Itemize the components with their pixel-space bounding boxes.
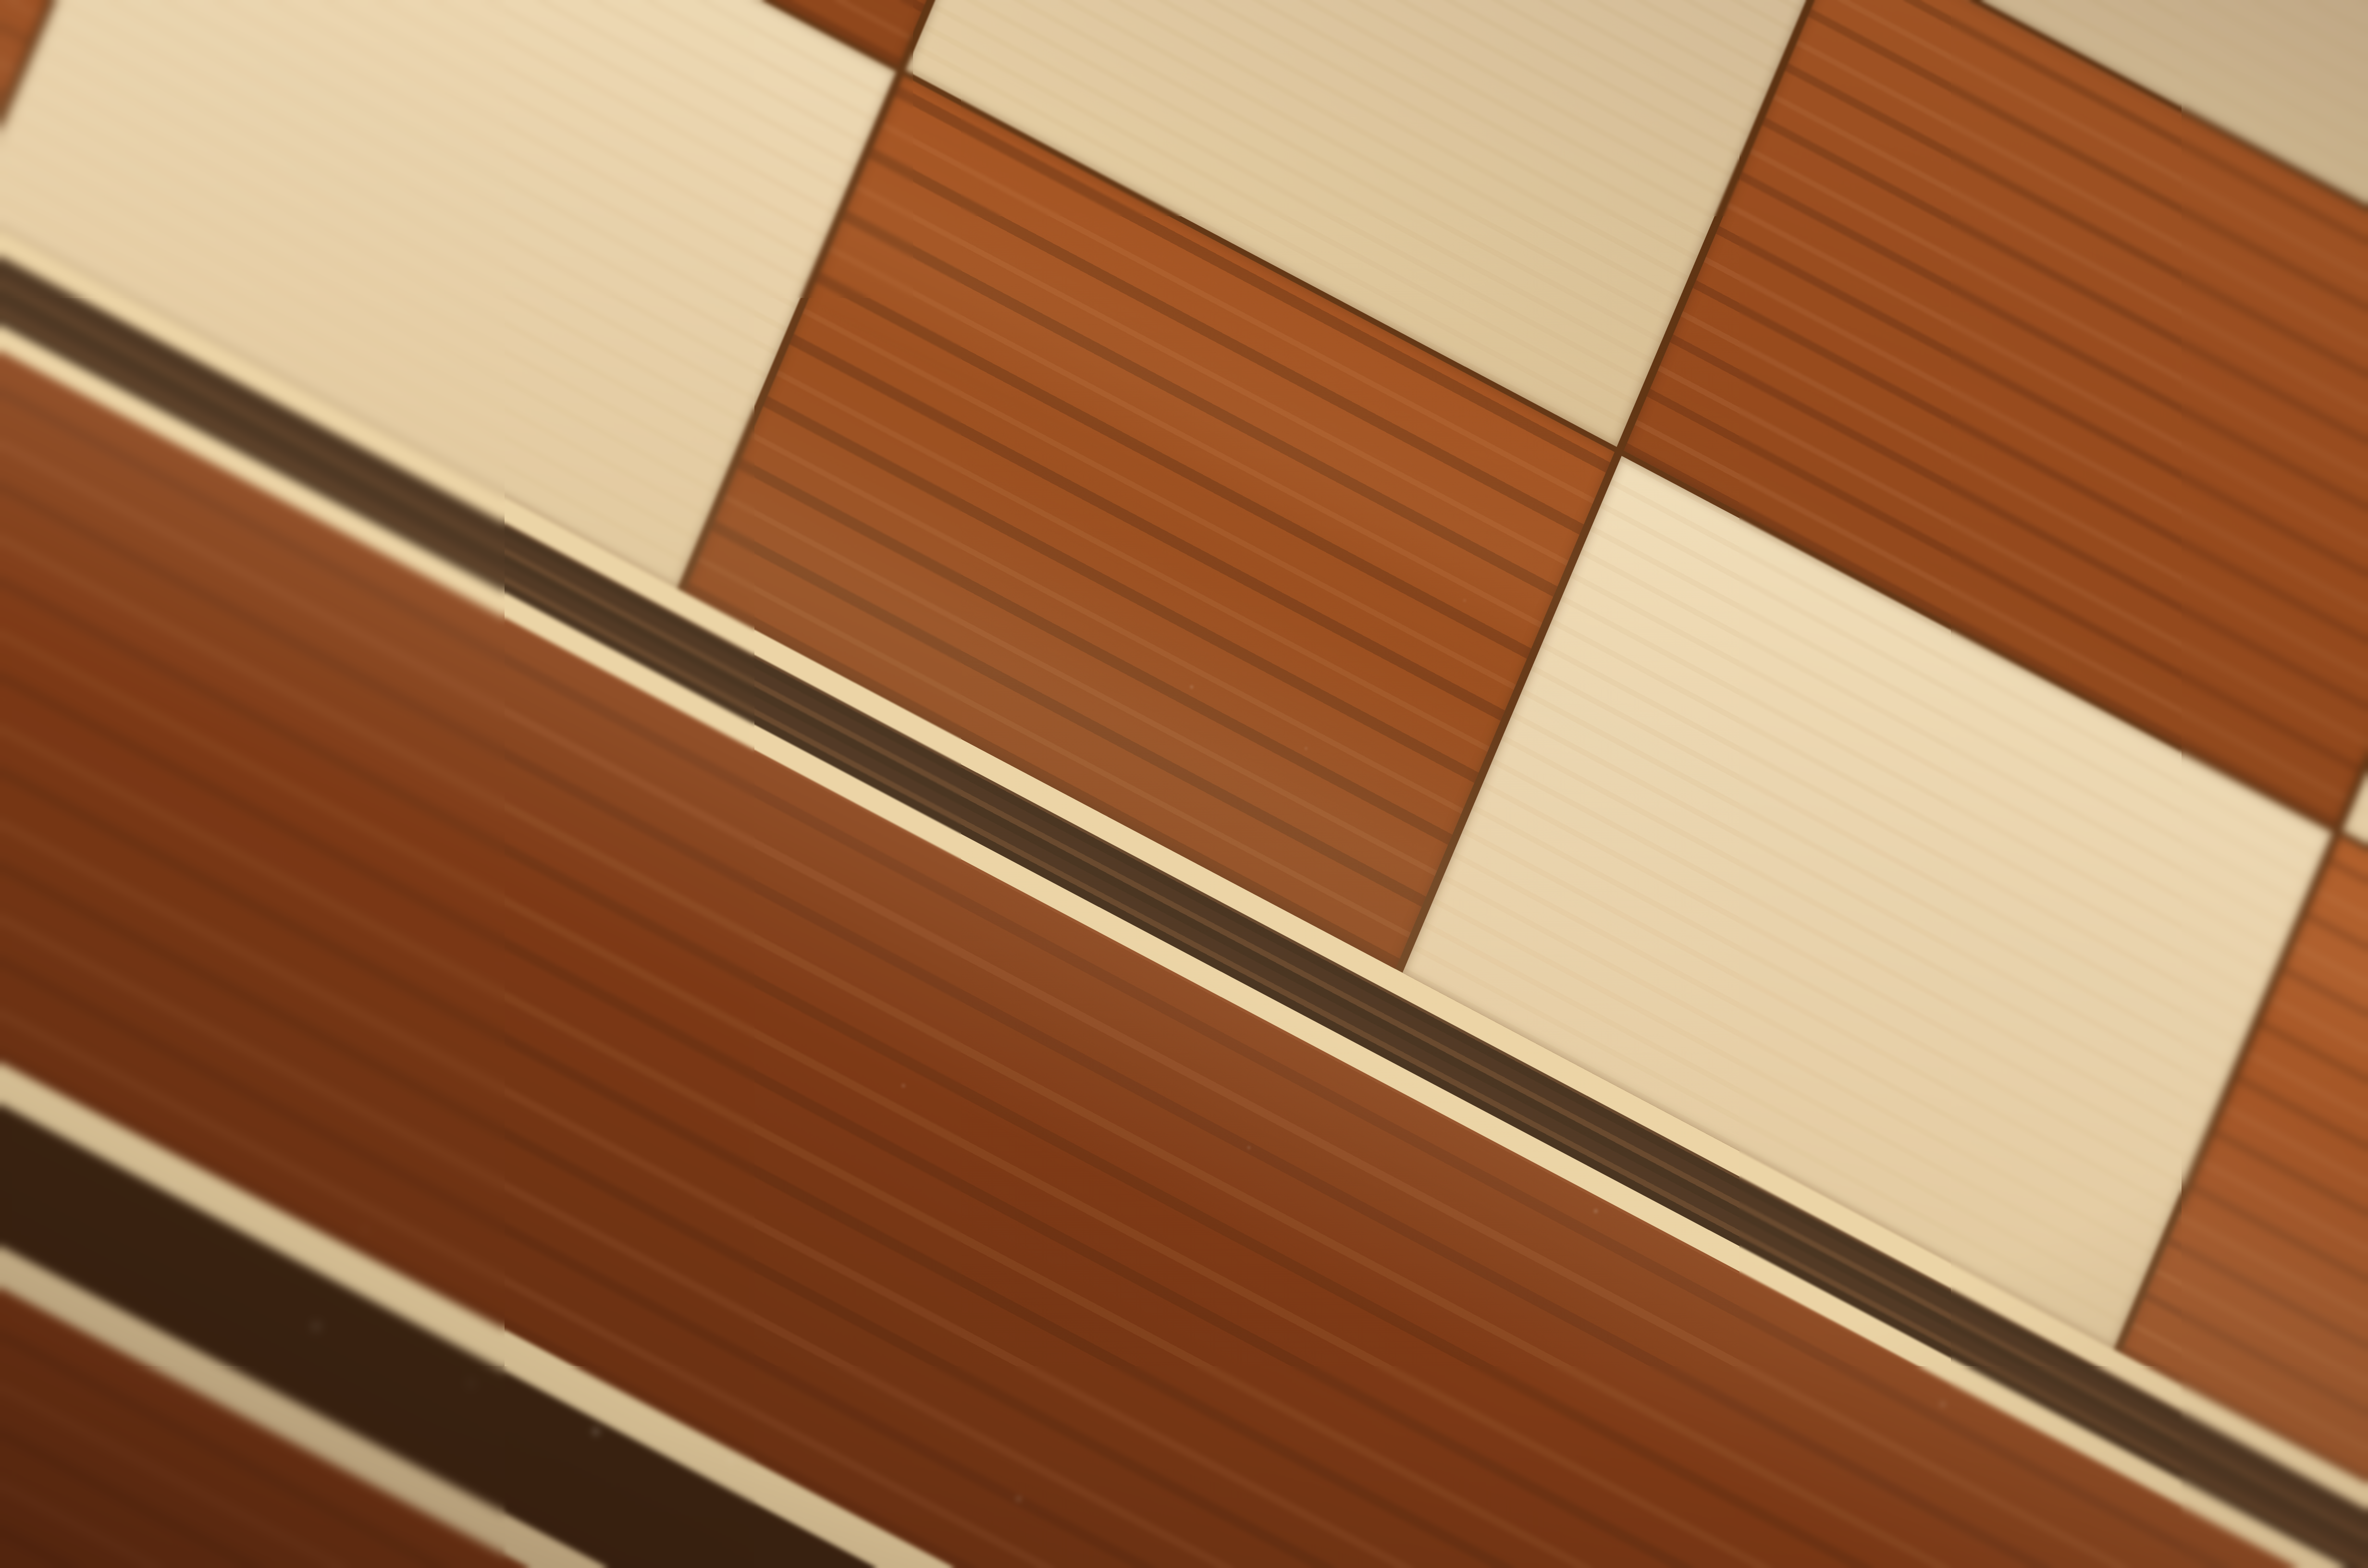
chessboard (0, 0, 2368, 1568)
chessboard-photo (0, 0, 2368, 1568)
